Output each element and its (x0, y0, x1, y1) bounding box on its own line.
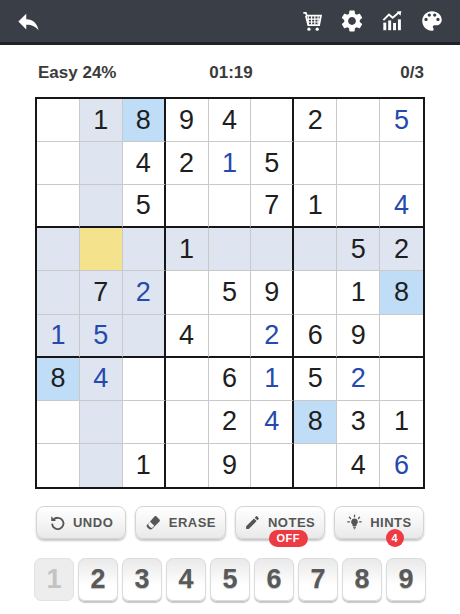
cell-r1c3[interactable]: 8 (123, 99, 166, 142)
cell-r4c5[interactable] (209, 228, 252, 271)
cell-r6c2[interactable]: 5 (80, 315, 123, 358)
cell-r8c7[interactable]: 8 (294, 401, 337, 444)
undo-button[interactable]: UNDO (36, 506, 126, 539)
cell-r1c1[interactable] (37, 99, 80, 142)
numpad-key-6[interactable]: 6 (254, 558, 294, 601)
cell-r6c7[interactable]: 6 (294, 315, 337, 358)
cell-r8c5[interactable]: 2 (209, 401, 252, 444)
cell-r9c2[interactable] (80, 444, 123, 487)
cell-r1c5[interactable]: 4 (209, 99, 252, 142)
cell-r2c5[interactable]: 1 (209, 142, 252, 185)
cell-r6c1[interactable]: 1 (37, 315, 80, 358)
cell-r2c7[interactable] (294, 142, 337, 185)
cell-r2c2[interactable] (80, 142, 123, 185)
cell-r7c9[interactable] (380, 358, 423, 401)
hints-button[interactable]: HINTS 4 (334, 506, 424, 539)
sudoku-app: Easy 24% 01:19 0/3 189425421557141527259… (0, 0, 460, 614)
cell-r3c6[interactable]: 7 (251, 185, 294, 228)
cell-r1c9[interactable]: 5 (380, 99, 423, 142)
undo-icon (49, 514, 66, 531)
cell-r4c6[interactable] (251, 228, 294, 271)
cell-r9c7[interactable] (294, 444, 337, 487)
cell-r6c9[interactable] (380, 315, 423, 358)
cell-r3c7[interactable]: 1 (294, 185, 337, 228)
cell-r2c1[interactable] (37, 142, 80, 185)
numpad-key-1: 1 (34, 558, 74, 601)
cell-r1c2[interactable]: 1 (80, 99, 123, 142)
cell-r9c6[interactable] (251, 444, 294, 487)
hints-label: HINTS (370, 515, 412, 530)
cell-r9c4[interactable] (166, 444, 209, 487)
cell-r2c9[interactable] (380, 142, 423, 185)
topbar-actions (299, 8, 445, 34)
cell-r3c9[interactable]: 4 (380, 185, 423, 228)
erase-label: ERASE (169, 515, 216, 530)
cell-r3c4[interactable] (166, 185, 209, 228)
cell-r5c4[interactable] (166, 271, 209, 314)
cell-r9c3[interactable]: 1 (123, 444, 166, 487)
cell-r5c5[interactable]: 5 (209, 271, 252, 314)
cell-r2c6[interactable]: 5 (251, 142, 294, 185)
numpad-key-3[interactable]: 3 (122, 558, 162, 601)
hints-count-badge: 4 (386, 529, 404, 547)
cell-r6c4[interactable]: 4 (166, 315, 209, 358)
cell-r8c6[interactable]: 4 (251, 401, 294, 444)
notes-button[interactable]: NOTES OFF (235, 506, 325, 539)
back-button[interactable] (15, 8, 42, 35)
numpad-key-5[interactable]: 5 (210, 558, 250, 601)
cell-r5c2[interactable]: 7 (80, 271, 123, 314)
cell-r1c8[interactable] (337, 99, 380, 142)
cell-r8c2[interactable] (80, 401, 123, 444)
settings-gear-icon (339, 8, 365, 34)
cell-r3c5[interactable] (209, 185, 252, 228)
cell-r1c6[interactable] (251, 99, 294, 142)
cell-r2c3[interactable]: 4 (123, 142, 166, 185)
numpad-key-9[interactable]: 9 (386, 558, 426, 601)
shop-cart-icon (299, 8, 325, 34)
cell-r3c3[interactable]: 5 (123, 185, 166, 228)
sudoku-board: 1894254215571415272591815426984615224831… (35, 97, 425, 489)
cell-r5c8[interactable]: 1 (337, 271, 380, 314)
cell-r9c9[interactable]: 6 (380, 444, 423, 487)
cell-r7c4[interactable] (166, 358, 209, 401)
cell-r7c8[interactable]: 2 (337, 358, 380, 401)
cell-r5c3[interactable]: 2 (123, 271, 166, 314)
numpad-key-8[interactable]: 8 (342, 558, 382, 601)
cell-r6c3[interactable] (123, 315, 166, 358)
undo-label: UNDO (73, 515, 113, 530)
erase-button[interactable]: ERASE (135, 506, 225, 539)
toolbar: UNDO ERASE NOTES OFF (36, 506, 424, 539)
themes-button[interactable] (419, 8, 445, 34)
cell-r8c1[interactable] (37, 401, 80, 444)
numpad-key-4[interactable]: 4 (166, 558, 206, 601)
cell-r7c2[interactable]: 4 (80, 358, 123, 401)
cell-r5c1[interactable] (37, 271, 80, 314)
cell-r9c8[interactable]: 4 (337, 444, 380, 487)
settings-button[interactable] (339, 8, 365, 34)
cell-r4c3[interactable] (123, 228, 166, 271)
numpad-key-7[interactable]: 7 (298, 558, 338, 601)
cell-r6c6[interactable]: 2 (251, 315, 294, 358)
notes-off-badge: OFF (269, 530, 309, 547)
cell-r4c9[interactable]: 2 (380, 228, 423, 271)
cell-r7c3[interactable] (123, 358, 166, 401)
cell-r9c1[interactable] (37, 444, 80, 487)
status-bar: Easy 24% 01:19 0/3 (0, 48, 460, 97)
cell-r7c5[interactable]: 6 (209, 358, 252, 401)
number-pad: 123456789 (34, 558, 426, 601)
cell-r7c1[interactable]: 8 (37, 358, 80, 401)
cell-r6c5[interactable] (209, 315, 252, 358)
stats-button[interactable] (379, 8, 405, 34)
top-bar (0, 0, 460, 45)
cell-r4c7[interactable] (294, 228, 337, 271)
cell-r5c6[interactable]: 9 (251, 271, 294, 314)
cell-r4c8[interactable]: 5 (337, 228, 380, 271)
cell-r7c7[interactable]: 5 (294, 358, 337, 401)
cell-r3c2[interactable] (80, 185, 123, 228)
notes-label: NOTES (268, 515, 315, 530)
cell-r5c7[interactable] (294, 271, 337, 314)
cell-r4c1[interactable] (37, 228, 80, 271)
shop-button[interactable] (299, 8, 325, 34)
lightbulb-icon (346, 514, 363, 531)
pencil-icon (244, 514, 261, 531)
cell-r5c9[interactable]: 8 (380, 271, 423, 314)
cell-r8c9[interactable]: 1 (380, 401, 423, 444)
back-icon (15, 8, 42, 35)
cell-r9c5[interactable]: 9 (209, 444, 252, 487)
cell-r2c8[interactable] (337, 142, 380, 185)
cell-r3c1[interactable] (37, 185, 80, 228)
cell-r8c8[interactable]: 3 (337, 401, 380, 444)
cell-r8c3[interactable] (123, 401, 166, 444)
mistakes-counter: 0/3 (400, 63, 424, 83)
eraser-icon (145, 514, 162, 531)
numpad-key-2[interactable]: 2 (78, 558, 118, 601)
theme-palette-icon (419, 8, 445, 34)
cell-r8c4[interactable] (166, 401, 209, 444)
stats-chart-icon (379, 8, 405, 34)
cell-r7c6[interactable]: 1 (251, 358, 294, 401)
cell-r4c4[interactable]: 1 (166, 228, 209, 271)
difficulty-label: Easy 24% (38, 63, 209, 83)
cell-r1c4[interactable]: 9 (166, 99, 209, 142)
cell-r3c8[interactable] (337, 185, 380, 228)
cell-r2c4[interactable]: 2 (166, 142, 209, 185)
cell-r6c8[interactable]: 9 (337, 315, 380, 358)
timer-label: 01:19 (209, 63, 252, 83)
cell-r4c2[interactable] (80, 228, 123, 271)
cell-r1c7[interactable]: 2 (294, 99, 337, 142)
